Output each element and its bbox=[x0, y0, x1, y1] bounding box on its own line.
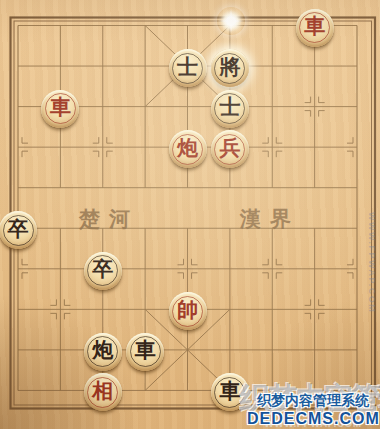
last-move-sparkle-icon bbox=[217, 7, 245, 35]
piece-glyph: 車 bbox=[219, 381, 240, 402]
piece-red-chariot[interactable]: 車 bbox=[296, 9, 334, 47]
piece-black-advisor[interactable]: 士 bbox=[211, 90, 249, 128]
piece-glyph: 士 bbox=[177, 57, 198, 78]
piece-black-chariot[interactable]: 車 bbox=[126, 333, 164, 371]
watermark-side-url: WWW.FPWAP.COM bbox=[367, 212, 377, 313]
xiangqi-board[interactable]: 楚河 漢界 車士將車士炮兵卒卒帥炮車相車 WWW.FPWAP.COM 织梦内容管… bbox=[0, 0, 380, 429]
piece-glyph: 卒 bbox=[8, 219, 29, 240]
piece-glyph: 卒 bbox=[92, 259, 113, 280]
river-label-left: 楚河 bbox=[79, 209, 139, 230]
piece-red-soldier[interactable]: 兵 bbox=[211, 130, 249, 168]
piece-glyph: 帥 bbox=[177, 300, 198, 321]
piece-black-cannon[interactable]: 炮 bbox=[84, 333, 122, 371]
piece-black-general[interactable]: 將 bbox=[211, 49, 249, 87]
piece-glyph: 車 bbox=[135, 340, 156, 361]
piece-red-cannon[interactable]: 炮 bbox=[169, 130, 207, 168]
piece-glyph: 相 bbox=[92, 381, 113, 402]
piece-red-elephant[interactable]: 相 bbox=[84, 373, 122, 411]
watermark-cms-name: 织梦内容管理系统 bbox=[247, 392, 379, 410]
piece-red-chariot[interactable]: 車 bbox=[41, 90, 79, 128]
piece-glyph: 炮 bbox=[177, 138, 198, 159]
piece-glyph: 車 bbox=[304, 16, 325, 37]
piece-black-advisor[interactable]: 士 bbox=[169, 49, 207, 87]
watermark-cms-domain: DEDECMS.COM bbox=[247, 410, 379, 428]
river-label-right: 漢界 bbox=[240, 209, 300, 230]
piece-glyph: 車 bbox=[50, 97, 71, 118]
piece-black-soldier[interactable]: 卒 bbox=[84, 252, 122, 290]
piece-glyph: 士 bbox=[219, 97, 240, 118]
piece-glyph: 兵 bbox=[219, 138, 240, 159]
piece-red-general[interactable]: 帥 bbox=[169, 292, 207, 330]
piece-glyph: 將 bbox=[219, 57, 240, 78]
watermark-dedecms: 织梦内容管理系统 织梦内容管理系统 DEDECMS.COM WWW.FPWAP.… bbox=[247, 392, 379, 428]
piece-glyph: 炮 bbox=[92, 340, 113, 361]
